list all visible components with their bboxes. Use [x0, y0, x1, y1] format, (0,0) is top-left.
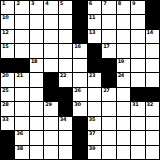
clue-number: 1 — [2, 1, 5, 7]
cell-r8-c9[interactable] — [117, 102, 130, 115]
clue-number: 5 — [60, 1, 63, 7]
cell-r2-c10[interactable] — [131, 15, 144, 28]
cell-r9-c3[interactable] — [30, 117, 43, 130]
cell-r4-c5[interactable] — [59, 44, 72, 57]
cell-r6-c1[interactable]: 20 — [1, 73, 14, 86]
clue-number: 35 — [89, 117, 95, 123]
clue-number: 11 — [89, 15, 95, 21]
block-cell-r7-c11 — [146, 88, 159, 101]
cell-r3-c4[interactable] — [44, 30, 57, 43]
cell-r10-c2[interactable]: 36 — [15, 131, 28, 144]
cell-r3-c7[interactable]: 13 — [88, 30, 101, 43]
cell-r2-c2[interactable] — [15, 15, 28, 28]
cell-r9-c2[interactable] — [15, 117, 28, 130]
clue-number: 20 — [2, 73, 8, 79]
cell-r2-c9[interactable] — [117, 15, 130, 28]
cell-r7-c7[interactable] — [88, 88, 101, 101]
clue-number: 21 — [16, 73, 22, 79]
block-cell-r7-c10 — [131, 88, 144, 101]
cell-r10-c9[interactable] — [117, 131, 130, 144]
block-cell-r3-c6 — [73, 30, 86, 43]
cell-r7-c1[interactable]: 25 — [1, 88, 14, 101]
cell-r11-c2[interactable]: 38 — [15, 146, 28, 159]
cell-r9-c5[interactable]: 34 — [59, 117, 72, 130]
cell-r2-c7[interactable]: 11 — [88, 15, 101, 28]
cell-r5-c3[interactable]: 18 — [30, 59, 43, 72]
block-cell-r2-c11 — [146, 15, 159, 28]
cell-r4-c2[interactable] — [15, 44, 28, 57]
cell-r6-c3[interactable] — [30, 73, 43, 86]
cell-r3-c2[interactable] — [15, 30, 28, 43]
clue-number: 26 — [74, 88, 80, 94]
cell-r9-c10[interactable] — [131, 117, 144, 130]
block-cell-r1-c6 — [73, 1, 86, 14]
cell-r3-c3[interactable] — [30, 30, 43, 43]
cell-r8-c10[interactable]: 31 — [131, 102, 144, 115]
cell-r2-c3[interactable] — [30, 15, 43, 28]
block-cell-r7-c4 — [44, 88, 57, 101]
cell-r1-c10[interactable]: 9 — [131, 1, 144, 14]
cell-r8-c2[interactable] — [15, 102, 28, 115]
cell-r7-c6[interactable]: 26 — [73, 88, 86, 101]
cell-r1-c3[interactable]: 3 — [30, 1, 43, 14]
cell-r5-c9[interactable]: 19 — [117, 59, 130, 72]
cell-r7-c8[interactable]: 27 — [102, 88, 115, 101]
cell-r7-c3[interactable] — [30, 88, 43, 101]
cell-r3-c10[interactable] — [131, 30, 144, 43]
cell-r1-c7[interactable]: 6 — [88, 1, 101, 14]
cell-r11-c3[interactable] — [30, 146, 43, 159]
block-cell-r10-c1 — [1, 131, 14, 144]
block-cell-r7-c5 — [59, 88, 72, 101]
block-cell-r11-c6 — [73, 146, 86, 159]
cell-r10-c7[interactable]: 37 — [88, 131, 101, 144]
cell-r2-c8[interactable] — [102, 15, 115, 28]
cell-r5-c11[interactable] — [146, 59, 159, 72]
cell-r10-c4[interactable] — [44, 131, 57, 144]
block-cell-r6-c8 — [102, 73, 115, 86]
cell-r11-c5[interactable] — [59, 146, 72, 159]
clue-number: 31 — [132, 102, 138, 108]
cell-r4-c3[interactable] — [30, 44, 43, 57]
cell-r3-c8[interactable] — [102, 30, 115, 43]
block-cell-r5-c2 — [15, 59, 28, 72]
cell-r5-c4[interactable] — [44, 59, 57, 72]
clue-number: 2 — [16, 1, 19, 7]
cell-r1-c5[interactable]: 5 — [59, 1, 72, 14]
cell-r9-c4[interactable] — [44, 117, 57, 130]
cell-r8-c4[interactable]: 29 — [44, 102, 57, 115]
cell-r4-c1[interactable]: 15 — [1, 44, 14, 57]
clue-number: 33 — [2, 117, 8, 123]
block-cell-r11-c1 — [1, 146, 14, 159]
block-cell-r5-c7 — [88, 59, 101, 72]
clue-number: 23 — [89, 73, 95, 79]
cell-r8-c8[interactable] — [102, 102, 115, 115]
clue-number: 19 — [118, 59, 124, 65]
clue-number: 13 — [89, 30, 95, 36]
cell-r3-c9[interactable] — [117, 30, 130, 43]
cell-r4-c6[interactable]: 16 — [73, 44, 86, 57]
clue-number: 29 — [45, 102, 51, 108]
clue-number: 34 — [60, 117, 66, 123]
block-cell-r10-c6 — [73, 131, 86, 144]
block-cell-r4-c7 — [88, 44, 101, 57]
cell-r1-c8[interactable]: 7 — [102, 1, 115, 14]
clue-number: 17 — [103, 44, 109, 50]
cell-r8-c6[interactable]: 30 — [73, 102, 86, 115]
clue-number: 12 — [2, 30, 8, 36]
cell-r4-c10[interactable] — [131, 44, 144, 57]
clue-number: 6 — [89, 1, 92, 7]
clue-number: 9 — [132, 1, 135, 7]
cell-r10-c5[interactable] — [59, 131, 72, 144]
cell-r1-c2[interactable]: 2 — [15, 1, 28, 14]
cell-r5-c10[interactable] — [131, 59, 144, 72]
block-cell-r5-c8 — [102, 59, 115, 72]
clue-number: 25 — [2, 88, 8, 94]
clue-number: 7 — [103, 1, 106, 7]
cell-r11-c8[interactable] — [102, 146, 115, 159]
block-cell-r9-c6 — [73, 117, 86, 130]
cell-r6-c9[interactable]: 24 — [117, 73, 130, 86]
crossword-board: 1234567891011121314151617181920212223242… — [0, 0, 160, 160]
cell-r8-c3[interactable] — [30, 102, 43, 115]
cell-r9-c11[interactable] — [146, 117, 159, 130]
cell-r9-c8[interactable] — [102, 117, 115, 130]
cell-r9-c7[interactable]: 35 — [88, 117, 101, 130]
cell-r6-c2[interactable]: 21 — [15, 73, 28, 86]
block-cell-r8-c5 — [59, 102, 72, 115]
cell-r11-c7[interactable]: 39 — [88, 146, 101, 159]
clue-number: 18 — [31, 59, 37, 65]
clue-number: 3 — [31, 1, 34, 7]
cell-r4-c4[interactable] — [44, 44, 57, 57]
cell-r3-c5[interactable] — [59, 30, 72, 43]
block-cell-r2-c6 — [73, 15, 86, 28]
cell-r10-c8[interactable] — [102, 131, 115, 144]
cell-r10-c3[interactable] — [30, 131, 43, 144]
cell-r2-c1[interactable]: 10 — [1, 15, 14, 28]
cell-r1-c1[interactable]: 1 — [1, 1, 14, 14]
clue-number: 37 — [89, 131, 95, 137]
cell-r4-c8[interactable]: 17 — [102, 44, 115, 57]
cell-r11-c9[interactable] — [117, 146, 130, 159]
cell-r6-c11[interactable] — [146, 73, 159, 86]
clue-number: 27 — [103, 88, 109, 94]
cell-r11-c4[interactable] — [44, 146, 57, 159]
cell-r11-c10[interactable] — [131, 146, 144, 159]
cell-r11-c11[interactable] — [146, 146, 159, 159]
cell-r1-c9[interactable]: 8 — [117, 1, 130, 14]
block-cell-r6-c4 — [44, 73, 57, 86]
cell-r6-c6[interactable] — [73, 73, 86, 86]
cell-r3-c1[interactable]: 12 — [1, 30, 14, 43]
clue-number: 16 — [74, 44, 80, 50]
cell-r10-c10[interactable] — [131, 131, 144, 144]
cell-r2-c4[interactable] — [44, 15, 57, 28]
clue-number: 22 — [60, 73, 66, 79]
clue-number: 28 — [2, 102, 8, 108]
cell-r8-c7[interactable] — [88, 102, 101, 115]
cell-r8-c1[interactable]: 28 — [1, 102, 14, 115]
block-cell-r1-c11 — [146, 1, 159, 14]
block-cell-r5-c1 — [1, 59, 14, 72]
cell-r2-c5[interactable] — [59, 15, 72, 28]
clue-number: 24 — [118, 73, 124, 79]
clue-number: 39 — [89, 146, 95, 152]
cell-r4-c9[interactable] — [117, 44, 130, 57]
clue-number: 14 — [147, 30, 153, 36]
cell-r6-c5[interactable]: 22 — [59, 73, 72, 86]
cell-r10-c11[interactable] — [146, 131, 159, 144]
clue-number: 15 — [2, 44, 8, 50]
clue-number: 30 — [74, 102, 80, 108]
clue-number: 10 — [2, 15, 8, 21]
cell-r1-c4[interactable]: 4 — [44, 1, 57, 14]
cell-r3-c11[interactable]: 14 — [146, 30, 159, 43]
cell-r5-c6[interactable] — [73, 59, 86, 72]
cell-r7-c9[interactable] — [117, 88, 130, 101]
clue-number: 4 — [45, 1, 48, 7]
cell-r7-c2[interactable] — [15, 88, 28, 101]
clue-number: 38 — [16, 146, 22, 152]
cell-r9-c9[interactable] — [117, 117, 130, 130]
cell-r6-c10[interactable] — [131, 73, 144, 86]
clue-number: 8 — [118, 1, 121, 7]
cell-r5-c5[interactable] — [59, 59, 72, 72]
cell-r4-c11[interactable] — [146, 44, 159, 57]
clue-number: 32 — [147, 102, 153, 108]
cell-r6-c7[interactable]: 23 — [88, 73, 101, 86]
cell-r8-c11[interactable]: 32 — [146, 102, 159, 115]
clue-number: 36 — [16, 131, 22, 137]
cell-r9-c1[interactable]: 33 — [1, 117, 14, 130]
